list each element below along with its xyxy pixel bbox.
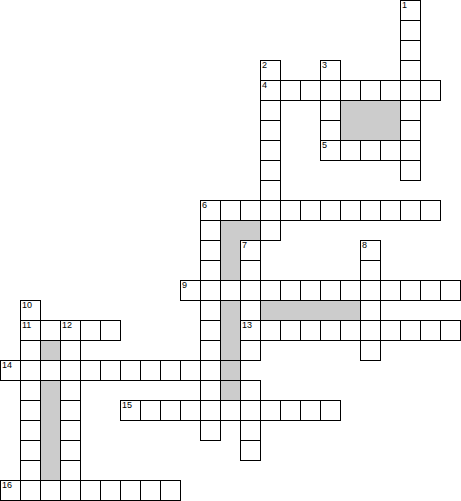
cell-r18-c5[interactable] [100,360,121,381]
cell-r10-c16[interactable] [320,200,341,221]
cell-r14-c11[interactable] [220,280,241,301]
cell-r18-c3[interactable] [60,360,81,381]
cell-r16-c17[interactable] [340,320,361,341]
cell-r10-c19[interactable] [380,200,401,221]
cell-r10-c13[interactable] [260,200,281,221]
cell-r10-c15[interactable] [300,200,321,221]
cell-r10-c10[interactable]: 6 [200,200,221,221]
cell-r2-c20[interactable] [400,40,421,61]
clue-number: 12 [62,321,72,330]
cell-r10-c17[interactable] [340,200,361,221]
clue-number: 4 [262,81,267,90]
cell-r14-c21[interactable] [420,280,441,301]
clue-number: 13 [242,321,252,330]
gray-region [220,300,241,401]
cell-r7-c19[interactable] [380,140,401,161]
clue-number: 3 [322,61,327,70]
cell-r4-c18[interactable] [360,80,381,101]
cell-r22-c3[interactable] [60,440,81,461]
cell-r4-c17[interactable] [340,80,361,101]
cell-r10-c11[interactable] [220,200,241,221]
cell-r16-c10[interactable] [200,320,221,341]
cell-r16-c18[interactable] [360,320,381,341]
cell-r16-c16[interactable] [320,320,341,341]
cell-r7-c18[interactable] [360,140,381,161]
cell-r4-c13[interactable]: 4 [260,80,281,101]
cell-r20-c6[interactable]: 15 [120,400,141,421]
cell-r15-c12[interactable] [240,300,261,321]
cell-r20-c1[interactable] [20,400,41,421]
cell-r14-c18[interactable] [360,280,381,301]
cell-r24-c2[interactable] [40,480,61,501]
cell-r18-c9[interactable] [180,360,201,381]
cell-r9-c13[interactable] [260,180,281,201]
cell-r14-c14[interactable] [280,280,301,301]
cell-r24-c7[interactable] [140,480,161,501]
cell-r20-c9[interactable] [180,400,201,421]
cell-r22-c1[interactable] [20,440,41,461]
cell-r22-c12[interactable] [240,440,261,461]
cell-r16-c14[interactable] [280,320,301,341]
cell-r8-c20[interactable] [400,160,421,181]
cell-r14-c22[interactable] [440,280,461,301]
cell-r18-c2[interactable] [40,360,61,381]
cell-r4-c15[interactable] [300,80,321,101]
cell-r16-c19[interactable] [380,320,401,341]
cell-r21-c3[interactable] [60,420,81,441]
cell-r13-c10[interactable] [200,260,221,281]
clue-number: 11 [22,321,31,330]
cell-r20-c14[interactable] [280,400,301,421]
cell-r7-c13[interactable] [260,140,281,161]
cell-r10-c21[interactable] [420,200,441,221]
cell-r15-c1[interactable]: 10 [20,300,41,321]
cell-r16-c21[interactable] [420,320,441,341]
gray-region [220,240,241,281]
cell-r16-c4[interactable] [80,320,101,341]
cell-r11-c10[interactable] [200,220,221,241]
cell-r14-c20[interactable] [400,280,421,301]
cell-r15-c10[interactable] [200,300,221,321]
cell-r24-c5[interactable] [100,480,121,501]
cell-r10-c14[interactable] [280,200,301,221]
cell-r5-c16[interactable] [320,100,341,121]
cell-r18-c6[interactable] [120,360,141,381]
cell-r4-c20[interactable] [400,80,421,101]
cell-r20-c8[interactable] [160,400,181,421]
gray-region [340,100,401,141]
cell-r7-c17[interactable] [340,140,361,161]
cell-r18-c8[interactable] [160,360,181,381]
cell-r13-c12[interactable] [240,260,261,281]
gray-region [260,300,361,321]
cell-r17-c12[interactable] [240,340,261,361]
cell-r11-c13[interactable] [260,220,281,241]
cell-r24-c3[interactable] [60,480,81,501]
clue-number: 8 [362,241,367,250]
cell-r1-c20[interactable] [400,20,421,41]
cell-r3-c20[interactable] [400,60,421,81]
clue-number: 7 [242,241,247,250]
gray-region [40,340,61,361]
cell-r12-c18[interactable]: 8 [360,240,381,261]
cell-r20-c10[interactable] [200,400,221,421]
clue-number: 2 [262,61,267,70]
cell-r10-c18[interactable] [360,200,381,221]
cell-r21-c10[interactable] [200,420,221,441]
cell-r24-c1[interactable] [20,480,41,501]
cell-r16-c1[interactable]: 11 [20,320,41,341]
cell-r16-c5[interactable] [100,320,121,341]
cell-r5-c13[interactable] [260,100,281,121]
cell-r3-c16[interactable]: 3 [320,60,341,81]
cell-r16-c3[interactable]: 12 [60,320,81,341]
gray-region [40,380,61,481]
cell-r8-c13[interactable] [260,160,281,181]
cell-r16-c20[interactable] [400,320,421,341]
cell-r23-c3[interactable] [60,460,81,481]
cell-r6-c20[interactable] [400,120,421,141]
cell-r18-c10[interactable] [200,360,221,381]
clue-number: 14 [2,361,12,370]
cell-r4-c19[interactable] [380,80,401,101]
cell-r16-c15[interactable] [300,320,321,341]
cell-r20-c13[interactable] [260,400,281,421]
cell-r19-c10[interactable] [200,380,221,401]
cell-r21-c12[interactable] [240,420,261,441]
cell-r12-c10[interactable] [200,240,221,261]
cell-r23-c1[interactable] [20,460,41,481]
cell-r20-c11[interactable] [220,400,241,421]
cell-r0-c20[interactable]: 1 [400,0,421,21]
cell-r20-c3[interactable] [60,400,81,421]
cell-r16-c2[interactable] [40,320,61,341]
cell-r19-c3[interactable] [60,380,81,401]
cell-r19-c12[interactable] [240,380,261,401]
cell-r17-c3[interactable] [60,340,81,361]
cell-r18-c7[interactable] [140,360,161,381]
cell-r5-c20[interactable] [400,100,421,121]
cell-r14-c12[interactable] [240,280,261,301]
cell-r14-c16[interactable] [320,280,341,301]
cell-r21-c1[interactable] [20,420,41,441]
cell-r13-c18[interactable] [360,260,381,281]
cell-r7-c20[interactable] [400,140,421,161]
cell-r24-c8[interactable] [160,480,181,501]
cell-r14-c9[interactable]: 9 [180,280,201,301]
cell-r19-c1[interactable] [20,380,41,401]
cell-r4-c14[interactable] [280,80,301,101]
cell-r24-c0[interactable]: 16 [0,480,21,501]
cell-r20-c15[interactable] [300,400,321,421]
cell-r17-c18[interactable] [360,340,381,361]
cell-r18-c4[interactable] [80,360,101,381]
cell-r12-c12[interactable]: 7 [240,240,261,261]
clue-number: 6 [202,201,207,210]
cell-r16-c12[interactable]: 13 [240,320,261,341]
cell-r18-c0[interactable]: 14 [0,360,21,381]
cell-r14-c10[interactable] [200,280,221,301]
cell-r16-c22[interactable] [440,320,461,341]
cell-r3-c13[interactable]: 2 [260,60,281,81]
gray-region [220,220,261,241]
clue-number: 5 [322,141,327,150]
cell-r6-c16[interactable] [320,120,341,141]
cell-r7-c16[interactable]: 5 [320,140,341,161]
cell-r14-c13[interactable] [260,280,281,301]
cell-r18-c11 [220,360,241,381]
cell-r20-c16[interactable] [320,400,341,421]
cell-r17-c1[interactable] [20,340,41,361]
cell-r24-c6[interactable] [120,480,141,501]
cell-r24-c4[interactable] [80,480,101,501]
cell-r18-c1[interactable] [20,360,41,381]
clue-number: 16 [2,481,12,490]
clue-number: 10 [22,301,32,310]
cell-r10-c20[interactable] [400,200,421,221]
cell-r6-c13[interactable] [260,120,281,141]
cell-r15-c18[interactable] [360,300,381,321]
cell-r4-c16[interactable] [320,80,341,101]
cell-r14-c19[interactable] [380,280,401,301]
cell-r20-c12[interactable] [240,400,261,421]
cell-r16-c13[interactable] [260,320,281,341]
clue-number: 1 [402,1,407,10]
cell-r20-c7[interactable] [140,400,161,421]
cell-r10-c12[interactable] [240,200,261,221]
cell-r14-c15[interactable] [300,280,321,301]
crossword-board: 12345678910111213141516 [0,0,461,501]
clue-number: 15 [122,401,132,410]
cell-r4-c21[interactable] [420,80,441,101]
cell-r17-c10[interactable] [200,340,221,361]
clue-number: 9 [182,281,187,290]
cell-r14-c17[interactable] [340,280,361,301]
